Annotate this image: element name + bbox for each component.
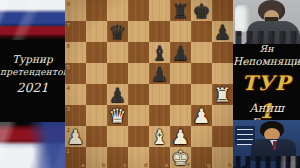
white-bishop: ♝: [149, 126, 170, 147]
file-label-e: e: [165, 162, 168, 168]
video-thumbnail: Турнир претендентов 2021 8♜♚7♛♟6♝♟5♟4♟♜3…: [0, 0, 300, 168]
rank-label-7: 7: [67, 22, 71, 28]
square-a6[interactable]: 6: [65, 42, 86, 63]
square-d1[interactable]: d: [128, 147, 149, 168]
black-pawn: ♟: [212, 21, 233, 42]
square-b4[interactable]: [86, 84, 107, 105]
file-label-g: g: [207, 162, 211, 168]
square-d7[interactable]: [128, 21, 149, 42]
square-a4[interactable]: 4: [65, 84, 86, 105]
black-rook: ♜: [170, 0, 191, 21]
square-e2[interactable]: ♝: [149, 126, 170, 147]
giri-photo: [233, 120, 300, 168]
square-d6[interactable]: [128, 42, 149, 63]
square-c4[interactable]: ♟: [107, 84, 128, 105]
square-h5[interactable]: [212, 63, 233, 84]
player-top-last-name: Непомнящий: [233, 55, 300, 68]
russian-flag-top: [0, 0, 65, 40]
chess-pieces-silhouette-bottom: [233, 156, 300, 168]
square-h3[interactable]: [212, 105, 233, 126]
square-f7[interactable]: [170, 21, 191, 42]
chess-board: 8♜♚7♛♟6♝♟5♟4♟♜3♛♟2♟♝♟1abcdef♚gh: [65, 0, 233, 168]
square-d5[interactable]: [128, 63, 149, 84]
square-e8[interactable]: [149, 0, 170, 21]
square-h7[interactable]: ♟: [212, 21, 233, 42]
square-g1[interactable]: g: [191, 147, 212, 168]
file-label-a: a: [81, 162, 84, 168]
square-h8[interactable]: [212, 0, 233, 21]
file-label-f: f: [188, 162, 190, 168]
square-b8[interactable]: [86, 0, 107, 21]
square-c3[interactable]: ♛: [107, 105, 128, 126]
square-g8[interactable]: ♚: [191, 0, 212, 21]
rank-label-4: 4: [67, 85, 71, 91]
square-b7[interactable]: [86, 21, 107, 42]
square-d2[interactable]: [128, 126, 149, 147]
square-g6[interactable]: [191, 42, 212, 63]
player-top-first-name: Ян: [233, 43, 300, 55]
square-g7[interactable]: [191, 21, 212, 42]
square-d8[interactable]: [128, 0, 149, 21]
square-c8[interactable]: [107, 0, 128, 21]
rank-label-2: 2: [67, 127, 71, 133]
file-label-b: b: [102, 162, 106, 168]
square-h4[interactable]: ♜: [212, 84, 233, 105]
square-g2[interactable]: [191, 126, 212, 147]
square-e4[interactable]: [149, 84, 170, 105]
square-f3[interactable]: [170, 105, 191, 126]
square-c7[interactable]: ♛: [107, 21, 128, 42]
square-h6[interactable]: [212, 42, 233, 63]
square-h1[interactable]: h: [212, 147, 233, 168]
black-queen: ♛: [107, 21, 128, 42]
file-label-c: c: [123, 162, 126, 168]
square-a5[interactable]: 5: [65, 63, 86, 84]
square-b6[interactable]: [86, 42, 107, 63]
square-h2[interactable]: [212, 126, 233, 147]
black-pawn: ♟: [170, 42, 191, 63]
rank-label-5: 5: [67, 64, 71, 70]
square-b1[interactable]: b: [86, 147, 107, 168]
square-e3[interactable]: [149, 105, 170, 126]
square-d4[interactable]: [128, 84, 149, 105]
chess-board-wrap: 8♜♚7♛♟6♝♟5♟4♟♜3♛♟2♟♝♟1abcdef♚gh: [65, 0, 233, 168]
tournament-title-line1: Турнир: [0, 52, 65, 66]
square-f1[interactable]: f♚: [170, 147, 191, 168]
square-c5[interactable]: [107, 63, 128, 84]
tournament-year: 2021: [0, 80, 65, 96]
russian-flag-bottom: [0, 122, 65, 168]
square-e7[interactable]: [149, 21, 170, 42]
tournament-title-line2: претендентов: [0, 66, 65, 79]
square-f5[interactable]: [170, 63, 191, 84]
square-b3[interactable]: [86, 105, 107, 126]
black-pawn: ♟: [107, 84, 128, 105]
rank-label-1: 1: [67, 148, 71, 154]
square-d3[interactable]: [128, 105, 149, 126]
square-f4[interactable]: [170, 84, 191, 105]
square-a3[interactable]: 3: [65, 105, 86, 126]
file-label-h: h: [228, 162, 232, 168]
square-g5[interactable]: [191, 63, 212, 84]
white-pawn: ♟: [191, 105, 212, 126]
square-a8[interactable]: 8: [65, 0, 86, 21]
white-pawn: ♟: [170, 126, 191, 147]
rank-label-6: 6: [67, 43, 71, 49]
square-f6[interactable]: ♟: [170, 42, 191, 63]
square-c1[interactable]: c: [107, 147, 128, 168]
square-e6[interactable]: ♝: [149, 42, 170, 63]
square-f8[interactable]: ♜: [170, 0, 191, 21]
square-e1[interactable]: e: [149, 147, 170, 168]
square-e5[interactable]: ♟: [149, 63, 170, 84]
square-c2[interactable]: [107, 126, 128, 147]
black-pawn: ♟: [149, 63, 170, 84]
square-g3[interactable]: ♟: [191, 105, 212, 126]
rank-label-3: 3: [67, 106, 71, 112]
square-b2[interactable]: [86, 126, 107, 147]
square-b5[interactable]: [86, 63, 107, 84]
right-panel: Ян Непомнящий ТУР 1 Аниш Гири: [233, 0, 300, 168]
file-label-d: d: [144, 162, 148, 168]
black-king: ♚: [191, 0, 212, 21]
black-bishop: ♝: [149, 42, 170, 63]
square-c6[interactable]: [107, 42, 128, 63]
player2-tie-shape: [273, 141, 276, 150]
white-rook: ♜: [212, 84, 233, 105]
tournament-title: Турнир претендентов 2021: [0, 52, 65, 96]
square-g4[interactable]: [191, 84, 212, 105]
left-panel: Турнир претендентов 2021: [0, 0, 65, 168]
square-a1[interactable]: 1a: [65, 147, 86, 168]
nepomniachtchi-photo: [233, 0, 300, 44]
square-a2[interactable]: 2♟: [65, 126, 86, 147]
white-queen: ♛: [107, 105, 128, 126]
rank-label-8: 8: [67, 1, 71, 7]
square-a7[interactable]: 7: [65, 21, 86, 42]
square-f2[interactable]: ♟: [170, 126, 191, 147]
